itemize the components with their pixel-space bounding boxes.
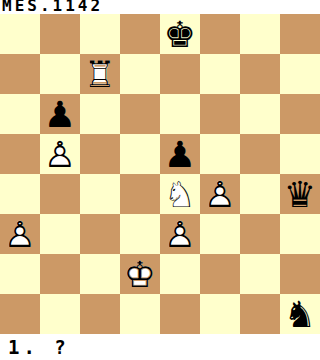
square-h4[interactable]: ♛	[280, 174, 320, 214]
puzzle-id-label: MES.1142	[2, 0, 103, 13]
square-a8[interactable]	[0, 14, 40, 54]
square-f3[interactable]	[200, 214, 240, 254]
square-e4[interactable]: ♞♘	[160, 174, 200, 214]
white-pawn-a3[interactable]: ♙	[0, 214, 40, 254]
square-h1[interactable]: ♞	[280, 294, 320, 334]
black-pawn-e5[interactable]: ♟	[160, 134, 200, 174]
square-d6[interactable]	[120, 94, 160, 134]
square-e6[interactable]	[160, 94, 200, 134]
square-a3[interactable]: ♟♙	[0, 214, 40, 254]
square-f2[interactable]	[200, 254, 240, 294]
black-pawn-b6[interactable]: ♟	[40, 94, 80, 134]
square-b5[interactable]: ♟♙	[40, 134, 80, 174]
square-c4[interactable]	[80, 174, 120, 214]
square-g2[interactable]	[240, 254, 280, 294]
square-h6[interactable]	[280, 94, 320, 134]
white-pawn-f4[interactable]: ♙	[200, 174, 240, 214]
square-c8[interactable]	[80, 14, 120, 54]
square-g3[interactable]	[240, 214, 280, 254]
square-b3[interactable]	[40, 214, 80, 254]
square-f8[interactable]	[200, 14, 240, 54]
black-king-e8[interactable]: ♚	[160, 14, 200, 54]
square-d4[interactable]	[120, 174, 160, 214]
square-a7[interactable]	[0, 54, 40, 94]
square-f1[interactable]	[200, 294, 240, 334]
chess-board: ♚♜♖♟♟♙♟♞♘♟♙♛♟♙♟♙♚♔♞	[0, 14, 320, 334]
square-a2[interactable]	[0, 254, 40, 294]
black-knight-h1[interactable]: ♞	[280, 294, 320, 334]
square-d8[interactable]	[120, 14, 160, 54]
move-prompt: 1. ?	[8, 338, 70, 356]
square-h3[interactable]	[280, 214, 320, 254]
square-a6[interactable]	[0, 94, 40, 134]
square-f5[interactable]	[200, 134, 240, 174]
square-g1[interactable]	[240, 294, 280, 334]
square-g6[interactable]	[240, 94, 280, 134]
square-c1[interactable]	[80, 294, 120, 334]
square-e1[interactable]	[160, 294, 200, 334]
square-d3[interactable]	[120, 214, 160, 254]
square-f6[interactable]	[200, 94, 240, 134]
square-g7[interactable]	[240, 54, 280, 94]
square-g8[interactable]	[240, 14, 280, 54]
square-b7[interactable]	[40, 54, 80, 94]
chess-puzzle-diagram: MES.1142 ♚♜♖♟♟♙♟♞♘♟♙♛♟♙♟♙♚♔♞ 1. ?	[0, 0, 320, 360]
square-h5[interactable]	[280, 134, 320, 174]
square-d1[interactable]	[120, 294, 160, 334]
square-e8[interactable]: ♚	[160, 14, 200, 54]
square-e5[interactable]: ♟	[160, 134, 200, 174]
white-knight-e4[interactable]: ♘	[160, 174, 200, 214]
square-b2[interactable]	[40, 254, 80, 294]
black-queen-h4[interactable]: ♛	[280, 174, 320, 214]
white-king-d2[interactable]: ♔	[120, 254, 160, 294]
square-c2[interactable]	[80, 254, 120, 294]
white-pawn-e3[interactable]: ♙	[160, 214, 200, 254]
square-f4[interactable]: ♟♙	[200, 174, 240, 214]
square-g5[interactable]	[240, 134, 280, 174]
square-h7[interactable]	[280, 54, 320, 94]
square-f7[interactable]	[200, 54, 240, 94]
square-b1[interactable]	[40, 294, 80, 334]
square-g4[interactable]	[240, 174, 280, 214]
square-e2[interactable]	[160, 254, 200, 294]
square-c6[interactable]	[80, 94, 120, 134]
square-a5[interactable]	[0, 134, 40, 174]
square-e3[interactable]: ♟♙	[160, 214, 200, 254]
square-b4[interactable]	[40, 174, 80, 214]
square-b8[interactable]	[40, 14, 80, 54]
square-d5[interactable]	[120, 134, 160, 174]
square-d7[interactable]	[120, 54, 160, 94]
white-pawn-b5[interactable]: ♙	[40, 134, 80, 174]
square-d2[interactable]: ♚♔	[120, 254, 160, 294]
white-rook-c7[interactable]: ♖	[80, 54, 120, 94]
square-e7[interactable]	[160, 54, 200, 94]
square-c5[interactable]	[80, 134, 120, 174]
square-a4[interactable]	[0, 174, 40, 214]
square-h8[interactable]	[280, 14, 320, 54]
square-c7[interactable]: ♜♖	[80, 54, 120, 94]
square-b6[interactable]: ♟	[40, 94, 80, 134]
square-h2[interactable]	[280, 254, 320, 294]
square-a1[interactable]	[0, 294, 40, 334]
square-c3[interactable]	[80, 214, 120, 254]
